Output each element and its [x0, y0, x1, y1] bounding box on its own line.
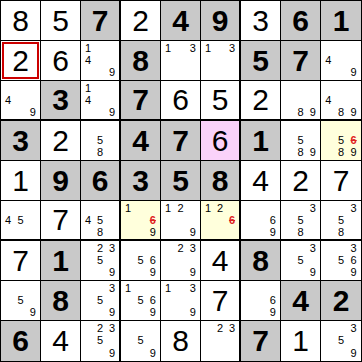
candidate-grid: 49 — [322, 42, 360, 79]
cell-r1c9[interactable]: 1 — [321, 1, 361, 41]
cell-r6c9[interactable]: 358 — [321, 201, 361, 241]
candidate-1: 1 — [162, 42, 174, 54]
given-digit: 5 — [241, 41, 280, 80]
given-digit: 8 — [121, 41, 160, 80]
candidate-grid: 3569 — [322, 242, 360, 279]
candidate-6: 6 — [267, 294, 279, 306]
given-digit: 7 — [161, 121, 200, 160]
cell-r2c7[interactable]: 5 — [241, 41, 281, 81]
solved-digit: 6 — [161, 81, 200, 119]
cell-r2c2[interactable]: 6 — [41, 41, 81, 81]
solved-digit: 5 — [201, 81, 239, 119]
candidate-grid: 589 — [282, 122, 319, 159]
cell-r1c1[interactable]: 8 — [1, 1, 41, 41]
cell-r4c6[interactable]: 6 — [201, 121, 241, 161]
solved-digit: 8 — [161, 321, 200, 361]
given-digit: 7 — [81, 1, 119, 40]
candidate-9: 9 — [347, 267, 360, 279]
candidate-6: 6 — [147, 254, 159, 266]
solved-digit: 6 — [201, 121, 239, 160]
cell-r4c4[interactable]: 4 — [121, 121, 161, 161]
candidate-9: 9 — [187, 267, 199, 279]
candidate-9: 9 — [267, 226, 279, 238]
candidate-5: 5 — [94, 294, 106, 306]
cell-r2c8[interactable]: 7 — [281, 41, 321, 81]
candidate-2: 2 — [214, 202, 226, 214]
cell-r5c1[interactable]: 1 — [1, 161, 41, 201]
given-digit: 9 — [41, 161, 80, 200]
cell-r4c2[interactable]: 2 — [41, 121, 81, 161]
cell-r6c7[interactable]: 69 — [241, 201, 281, 241]
cell-r3c8[interactable]: 89 — [281, 81, 321, 121]
candidate-grid: 359 — [82, 282, 118, 319]
cell-r9c6[interactable]: 23 — [201, 321, 241, 361]
solved-digit: 6 — [41, 41, 80, 80]
sudoku-board: 8572493612614981313574949314976528948932… — [0, 0, 362, 362]
cell-r1c4[interactable]: 2 — [121, 1, 161, 41]
solved-digit: 7 — [201, 281, 239, 320]
candidate-2: 2 — [214, 322, 226, 335]
candidate-9: 9 — [307, 267, 319, 279]
candidate-grid: 13 — [202, 42, 238, 79]
candidate-grid: 458 — [82, 202, 118, 238]
given-digit: 1 — [241, 121, 280, 160]
candidate-3: 3 — [347, 322, 360, 335]
cell-r5c8[interactable]: 2 — [281, 161, 321, 201]
candidate-8: 8 — [335, 226, 348, 238]
candidate-grid: 489 — [322, 82, 360, 118]
cell-r1c8[interactable]: 6 — [281, 1, 321, 41]
candidate-6: 6 — [147, 294, 159, 306]
cell-r6c4[interactable]: 169 — [121, 201, 161, 241]
cell-r1c3[interactable]: 7 — [81, 1, 121, 41]
cell-r4c1[interactable]: 3 — [1, 121, 41, 161]
candidate-grid: 1569 — [122, 282, 159, 319]
cell-r6c3[interactable]: 458 — [81, 201, 121, 241]
cell-r5c9[interactable]: 7 — [321, 161, 361, 201]
candidate-8: 8 — [294, 147, 306, 159]
solved-digit: 4 — [241, 161, 280, 200]
candidate-4: 4 — [82, 214, 94, 226]
candidate-grid: 5689 — [322, 122, 360, 159]
cell-r2c3[interactable]: 149 — [81, 41, 121, 81]
cell-r7c8[interactable]: 359 — [281, 241, 321, 281]
candidate-4: 4 — [82, 54, 94, 66]
given-digit: 8 — [241, 241, 280, 280]
candidate-5: 5 — [134, 254, 146, 266]
candidate-5: 5 — [94, 214, 106, 226]
candidate-grid: 149 — [82, 82, 118, 118]
solved-digit: 2 — [281, 161, 320, 200]
solved-digit: 4 — [41, 321, 80, 361]
cell-r4c8[interactable]: 589 — [281, 121, 321, 161]
cell-r5c2[interactable]: 9 — [41, 161, 81, 201]
candidate-5: 5 — [294, 254, 306, 266]
cell-r7c9[interactable]: 3569 — [321, 241, 361, 281]
cell-r2c1[interactable]: 2 — [1, 41, 41, 81]
candidate-9: 9 — [106, 106, 118, 118]
given-digit: 1 — [321, 1, 361, 40]
cell-r6c1[interactable]: 45 — [1, 201, 41, 241]
candidate-9: 9 — [347, 147, 360, 159]
cell-r3c3[interactable]: 149 — [81, 81, 121, 121]
candidate-9: 9 — [106, 307, 118, 319]
candidate-5: 5 — [335, 214, 348, 226]
cell-r1c6[interactable]: 9 — [201, 1, 241, 41]
candidate-6: 6 — [147, 214, 159, 226]
candidate-grid: 358 — [282, 202, 319, 238]
solved-digit: 7 — [321, 161, 361, 200]
candidate-4: 4 — [2, 214, 14, 226]
given-digit: 7 — [241, 321, 280, 361]
cell-r5c5[interactable]: 5 — [161, 161, 201, 201]
given-digit: 4 — [161, 1, 200, 40]
cell-r8c8[interactable]: 4 — [281, 281, 321, 321]
cell-r9c1[interactable]: 6 — [1, 321, 41, 361]
candidate-1: 1 — [162, 202, 174, 214]
candidate-grid: 126 — [202, 202, 238, 238]
candidate-9: 9 — [106, 267, 118, 279]
cell-r7c4[interactable]: 569 — [121, 241, 161, 281]
solved-digit: 1 — [1, 161, 40, 200]
candidate-2: 2 — [94, 242, 106, 254]
candidate-1: 1 — [162, 282, 174, 294]
cell-r8c7[interactable]: 69 — [241, 281, 281, 321]
candidate-grid: 49 — [2, 82, 39, 118]
candidate-2: 2 — [174, 242, 186, 254]
cell-r3c7[interactable]: 2 — [241, 81, 281, 121]
solved-digit: 4 — [201, 241, 239, 280]
candidate-8: 8 — [335, 106, 348, 118]
candidate-9: 9 — [27, 106, 39, 118]
candidate-grid: 2359 — [82, 242, 118, 279]
solved-digit: 1 — [281, 321, 320, 361]
candidate-grid: 139 — [162, 282, 199, 319]
given-digit: 6 — [281, 1, 320, 40]
cell-r3c6[interactable]: 5 — [201, 81, 241, 121]
cell-r7c5[interactable]: 239 — [161, 241, 201, 281]
candidate-9: 9 — [106, 67, 118, 79]
candidate-6: 6 — [267, 214, 279, 226]
cell-r8c9[interactable]: 2 — [321, 281, 361, 321]
candidate-1: 1 — [202, 42, 214, 54]
cell-r6c6[interactable]: 126 — [201, 201, 241, 241]
candidate-6: 6 — [226, 214, 238, 226]
given-digit: 3 — [1, 121, 40, 160]
cell-r5c3[interactable]: 6 — [81, 161, 121, 201]
candidate-9: 9 — [307, 147, 319, 159]
candidate-grid: 58 — [82, 122, 118, 159]
cell-r4c7[interactable]: 1 — [241, 121, 281, 161]
candidate-5: 5 — [94, 254, 106, 266]
cell-r7c3[interactable]: 2359 — [81, 241, 121, 281]
cell-r4c9[interactable]: 5689 — [321, 121, 361, 161]
candidate-9: 9 — [267, 307, 279, 319]
solved-digit: 8 — [1, 1, 40, 40]
candidate-5: 5 — [14, 294, 26, 306]
cell-r1c7[interactable]: 3 — [241, 1, 281, 41]
cell-r4c5[interactable]: 7 — [161, 121, 201, 161]
cell-r9c2[interactable]: 4 — [41, 321, 81, 361]
given-digit: 7 — [281, 41, 320, 80]
candidate-1: 1 — [122, 202, 134, 214]
candidate-6: 6 — [347, 134, 360, 146]
cell-r7c6[interactable]: 4 — [201, 241, 241, 281]
cell-r2c4[interactable]: 8 — [121, 41, 161, 81]
candidate-grid: 2359 — [82, 322, 118, 360]
candidate-5: 5 — [94, 335, 106, 348]
given-digit: 6 — [81, 161, 119, 200]
candidate-grid: 59 — [2, 282, 39, 319]
solved-digit: 2 — [121, 1, 160, 40]
candidate-1: 1 — [82, 82, 94, 94]
candidate-grid: 169 — [122, 202, 159, 238]
given-digit: 4 — [281, 281, 320, 320]
candidate-5: 5 — [134, 294, 146, 306]
cell-r6c2[interactable]: 7 — [41, 201, 81, 241]
given-digit: 8 — [41, 281, 80, 320]
candidate-grid: 23 — [202, 322, 238, 360]
candidate-1: 1 — [202, 202, 214, 214]
cell-r8c2[interactable]: 8 — [41, 281, 81, 321]
candidate-8: 8 — [94, 147, 106, 159]
candidate-3: 3 — [187, 282, 199, 294]
candidate-9: 9 — [27, 307, 39, 319]
candidate-5: 5 — [94, 134, 106, 146]
candidate-grid: 239 — [162, 242, 199, 279]
cell-r3c9[interactable]: 489 — [321, 81, 361, 121]
candidate-9: 9 — [147, 226, 159, 238]
given-digit: 5 — [161, 161, 200, 200]
candidate-8: 8 — [294, 226, 306, 238]
given-digit: 9 — [201, 1, 239, 40]
candidate-5: 5 — [335, 134, 348, 146]
candidate-9: 9 — [147, 267, 159, 279]
cell-r7c1[interactable]: 7 — [1, 241, 41, 281]
candidate-3: 3 — [106, 242, 118, 254]
candidate-grid: 45 — [2, 202, 39, 238]
candidate-2: 2 — [94, 322, 106, 335]
given-digit: 7 — [121, 81, 160, 119]
candidate-9: 9 — [106, 347, 118, 360]
candidate-3: 3 — [187, 242, 199, 254]
cell-r1c2[interactable]: 5 — [41, 1, 81, 41]
candidate-grid: 13 — [162, 42, 199, 79]
candidate-3: 3 — [106, 322, 118, 335]
candidate-3: 3 — [347, 242, 360, 254]
candidate-3: 3 — [187, 42, 199, 54]
given-digit: 2 — [321, 281, 361, 320]
solved-digit: 5 — [41, 1, 80, 40]
cell-r9c3[interactable]: 2359 — [81, 321, 121, 361]
candidate-grid: 149 — [82, 42, 118, 79]
solved-digit: 3 — [241, 1, 280, 40]
candidate-9: 9 — [307, 106, 319, 118]
cell-r1c5[interactable]: 4 — [161, 1, 201, 41]
candidate-9: 9 — [347, 347, 360, 360]
candidate-3: 3 — [226, 322, 238, 335]
candidate-3: 3 — [307, 242, 319, 254]
candidate-grid: 569 — [122, 242, 159, 279]
cell-r8c6[interactable]: 7 — [201, 281, 241, 321]
candidate-4: 4 — [322, 54, 335, 66]
given-digit: 1 — [41, 241, 80, 280]
solved-digit: 2 — [241, 81, 280, 119]
candidate-3: 3 — [226, 42, 238, 54]
candidate-9: 9 — [347, 67, 360, 79]
candidate-5: 5 — [294, 134, 306, 146]
cell-r5c7[interactable]: 4 — [241, 161, 281, 201]
candidate-2: 2 — [174, 202, 186, 214]
candidate-5: 5 — [134, 335, 146, 348]
candidate-8: 8 — [294, 106, 306, 118]
cell-r3c2[interactable]: 3 — [41, 81, 81, 121]
given-digit: 8 — [201, 161, 239, 200]
cell-r8c4[interactable]: 1569 — [121, 281, 161, 321]
cell-r7c2[interactable]: 1 — [41, 241, 81, 281]
cell-r2c5[interactable]: 13 — [161, 41, 201, 81]
candidate-grid: 59 — [122, 322, 159, 360]
cell-r8c5[interactable]: 139 — [161, 281, 201, 321]
cell-r2c6[interactable]: 13 — [201, 41, 241, 81]
solved-digit: 7 — [41, 201, 80, 239]
candidate-1: 1 — [122, 282, 134, 294]
cell-r6c5[interactable]: 129 — [161, 201, 201, 241]
candidate-grid: 359 — [322, 322, 360, 360]
given-digit: 6 — [1, 321, 40, 361]
candidate-1: 1 — [82, 42, 94, 54]
cell-r3c1[interactable]: 49 — [1, 81, 41, 121]
cell-r9c9[interactable]: 359 — [321, 321, 361, 361]
candidate-3: 3 — [106, 282, 118, 294]
candidate-9: 9 — [347, 106, 360, 118]
candidate-5: 5 — [335, 254, 348, 266]
candidate-grid: 89 — [282, 82, 319, 118]
cell-r7c7[interactable]: 8 — [241, 241, 281, 281]
candidate-4: 4 — [322, 94, 335, 106]
cell-r3c5[interactable]: 6 — [161, 81, 201, 121]
candidate-9: 9 — [187, 226, 199, 238]
candidate-9: 9 — [147, 307, 159, 319]
given-digit: 3 — [41, 81, 80, 119]
candidate-4: 4 — [82, 94, 94, 106]
cell-r8c1[interactable]: 59 — [1, 281, 41, 321]
given-digit: 3 — [121, 161, 160, 200]
candidate-grid: 69 — [242, 282, 279, 319]
candidate-9: 9 — [187, 307, 199, 319]
given-digit: 4 — [121, 121, 160, 160]
solved-digit: 2 — [1, 41, 40, 80]
candidate-9: 9 — [147, 347, 159, 360]
solved-digit: 7 — [1, 241, 40, 280]
cell-r5c6[interactable]: 8 — [201, 161, 241, 201]
candidate-3: 3 — [347, 202, 360, 214]
candidate-6: 6 — [347, 254, 360, 266]
cell-r9c4[interactable]: 59 — [121, 321, 161, 361]
candidate-8: 8 — [335, 147, 348, 159]
cell-r5c4[interactable]: 3 — [121, 161, 161, 201]
candidate-5: 5 — [335, 335, 348, 348]
cell-r9c7[interactable]: 7 — [241, 321, 281, 361]
cell-r8c3[interactable]: 359 — [81, 281, 121, 321]
candidate-grid: 358 — [322, 202, 360, 238]
candidate-5: 5 — [14, 214, 26, 226]
cell-r2c9[interactable]: 49 — [321, 41, 361, 81]
candidate-3: 3 — [307, 202, 319, 214]
cell-r6c8[interactable]: 358 — [281, 201, 321, 241]
cell-r9c5[interactable]: 8 — [161, 321, 201, 361]
cell-r9c8[interactable]: 1 — [281, 321, 321, 361]
cell-r4c3[interactable]: 58 — [81, 121, 121, 161]
candidate-5: 5 — [294, 214, 306, 226]
candidate-grid: 129 — [162, 202, 199, 238]
cell-r3c4[interactable]: 7 — [121, 81, 161, 121]
candidate-grid: 69 — [242, 202, 279, 238]
candidate-8: 8 — [94, 226, 106, 238]
candidate-grid: 359 — [282, 242, 319, 279]
solved-digit: 2 — [41, 121, 80, 160]
candidate-4: 4 — [2, 94, 14, 106]
